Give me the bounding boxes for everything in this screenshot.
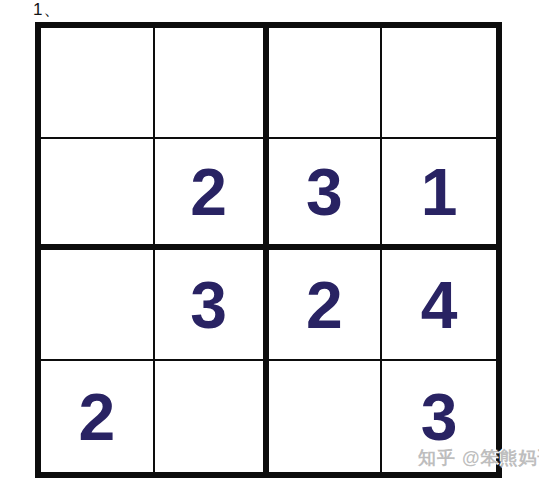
cell-r2c1 <box>41 139 155 250</box>
cell-r1c1 <box>41 28 155 139</box>
cell-r1c2 <box>155 28 269 139</box>
cell-r4c2 <box>155 361 269 472</box>
cell-r4c3 <box>269 361 383 472</box>
cell-r4c1: 2 <box>41 361 155 472</box>
puzzle-page: 1、 2 3 1 3 2 4 2 3 知乎 @笨熊妈说 <box>0 0 539 484</box>
cell-r1c3 <box>269 28 383 139</box>
cell-r3c2: 3 <box>155 250 269 361</box>
cell-r2c2: 2 <box>155 139 269 250</box>
cell-r2c3: 3 <box>269 139 383 250</box>
cell-r3c3: 2 <box>269 250 383 361</box>
cell-r1c4 <box>382 28 496 139</box>
puzzle-number-label: 1、 <box>33 0 61 20</box>
sudoku-board: 2 3 1 3 2 4 2 3 <box>35 22 502 478</box>
cell-r2c4: 1 <box>382 139 496 250</box>
cell-r3c4: 4 <box>382 250 496 361</box>
cell-r3c1 <box>41 250 155 361</box>
zhihu-watermark: 知乎 @笨熊妈说 <box>418 446 539 470</box>
